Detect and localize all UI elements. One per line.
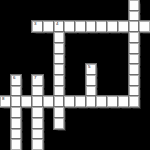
crossword-cell-r9c10[interactable] (107, 96, 118, 107)
crossword-cell-r2c12[interactable] (129, 21, 140, 32)
crossword-grid: 345678 (0, 0, 150, 150)
crossword-cell-r6c8[interactable]: 5 (86, 64, 97, 75)
clue-number-6: 6 (13, 76, 15, 80)
crossword-cell-r2c4[interactable] (43, 21, 54, 32)
crossword-cell-r4c12[interactable] (129, 43, 140, 54)
crossword-cell-r2c7[interactable] (75, 21, 86, 32)
crossword-cell-r9c11[interactable] (118, 96, 129, 107)
clue-number-7: 7 (34, 76, 36, 80)
crossword-cell-r9c7[interactable] (75, 96, 86, 107)
crossword-cell-r2c3[interactable]: 3 (32, 21, 43, 32)
clue-number-4: 4 (56, 22, 58, 26)
crossword-cell-r11c1[interactable] (11, 118, 22, 129)
crossword-cell-r9c4[interactable] (43, 96, 54, 107)
crossword-cell-r7c3[interactable]: 7 (32, 75, 43, 86)
crossword-cell-r2c13[interactable] (139, 21, 150, 32)
crossword-cell-r3c5[interactable] (54, 32, 65, 43)
crossword-cell-r8c5[interactable] (54, 86, 65, 97)
crossword-cell-r10c1[interactable] (11, 107, 22, 118)
crossword-cell-r8c3[interactable] (32, 86, 43, 97)
crossword-cell-r9c8[interactable] (86, 96, 97, 107)
crossword-cell-r2c6[interactable] (64, 21, 75, 32)
crossword-cell-r3c12[interactable] (129, 32, 140, 43)
crossword-cell-r1c12[interactable] (129, 11, 140, 22)
crossword-cell-r7c8[interactable] (86, 75, 97, 86)
crossword-cell-r6c5[interactable] (54, 64, 65, 75)
crossword-cell-r2c8[interactable] (86, 21, 97, 32)
crossword-cell-r2c10[interactable] (107, 21, 118, 32)
crossword-cell-r8c1[interactable] (11, 86, 22, 97)
crossword-cell-r8c12[interactable] (129, 86, 140, 97)
crossword-cell-r9c9[interactable] (96, 96, 107, 107)
crossword-cell-r4c5[interactable] (54, 43, 65, 54)
crossword-cell-r9c1[interactable] (11, 96, 22, 107)
crossword-cell-r9c6[interactable] (64, 96, 75, 107)
crossword-cell-r12c3[interactable] (32, 129, 43, 140)
crossword-cell-r9c5[interactable] (54, 96, 65, 107)
crossword-cell-r9c0[interactable]: 8 (0, 96, 11, 107)
crossword-cell-r2c9[interactable] (96, 21, 107, 32)
crossword-cell-r11c3[interactable] (32, 118, 43, 129)
clue-number-5: 5 (88, 65, 90, 69)
crossword-cell-r12c1[interactable] (11, 129, 22, 140)
crossword-cell-r5c12[interactable] (129, 54, 140, 65)
crossword-cell-r9c3[interactable] (32, 96, 43, 107)
crossword-cell-r2c5[interactable]: 4 (54, 21, 65, 32)
crossword-cell-r7c5[interactable] (54, 75, 65, 86)
crossword-cell-r7c1[interactable]: 6 (11, 75, 22, 86)
crossword-cell-r10c5[interactable] (54, 107, 65, 118)
crossword-cell-r5c5[interactable] (54, 54, 65, 65)
clue-number-3: 3 (34, 22, 36, 26)
clue-number-8: 8 (2, 97, 4, 101)
crossword-cell-r2c11[interactable] (118, 21, 129, 32)
crossword-cell-r10c3[interactable] (32, 107, 43, 118)
crossword-cell-r7c12[interactable] (129, 75, 140, 86)
crossword-cell-r6c12[interactable] (129, 64, 140, 75)
crossword-cell-r8c8[interactable] (86, 86, 97, 97)
crossword-cell-r11c5[interactable] (54, 118, 65, 129)
crossword-cell-r13c1[interactable] (11, 139, 22, 150)
crossword-cell-r13c3[interactable] (32, 139, 43, 150)
crossword-cell-r9c12[interactable] (129, 96, 140, 107)
crossword-cell-r0c12[interactable] (129, 0, 140, 11)
crossword-cell-r9c2[interactable] (21, 96, 32, 107)
